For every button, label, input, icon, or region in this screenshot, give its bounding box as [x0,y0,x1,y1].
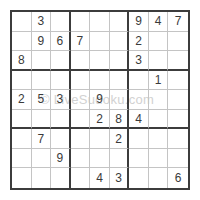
cell-r7c5[interactable] [90,129,110,149]
cell-r8c3[interactable]: 9 [51,149,71,169]
cell-r7c4[interactable] [71,129,91,149]
cell-r6c9[interactable] [168,110,188,130]
cell-r8c9[interactable] [168,149,188,169]
cell-r3c7[interactable]: 3 [129,51,149,71]
cell-r8c4[interactable] [71,149,91,169]
cell-r1c2[interactable]: 3 [32,12,52,32]
cell-r7c9[interactable] [168,129,188,149]
cell-r2c7[interactable]: 2 [129,32,149,52]
cell-r1c1[interactable] [12,12,32,32]
cell-r4c4[interactable] [71,71,91,91]
cell-r7c3[interactable] [51,129,71,149]
cell-r9c2[interactable] [32,168,52,188]
cell-r3c6[interactable] [110,51,130,71]
cell-r9c3[interactable] [51,168,71,188]
cell-r1c6[interactable] [110,12,130,32]
cell-r6c6[interactable]: 8 [110,110,130,130]
cell-r4c7[interactable] [129,71,149,91]
cell-r1c3[interactable] [51,12,71,32]
cell-r1c9[interactable]: 7 [168,12,188,32]
cell-r4c2[interactable] [32,71,52,91]
cell-r3c1[interactable]: 8 [12,51,32,71]
cell-r1c4[interactable] [71,12,91,32]
cell-r4c1[interactable] [12,71,32,91]
cell-r8c8[interactable] [149,149,169,169]
cell-r4c6[interactable] [110,71,130,91]
cell-r7c2[interactable]: 7 [32,129,52,149]
cell-r6c5[interactable]: 2 [90,110,110,130]
cell-r5c1[interactable]: 2 [12,90,32,110]
cell-r5c9[interactable] [168,90,188,110]
cell-r8c5[interactable] [90,149,110,169]
cell-r9c8[interactable] [149,168,169,188]
cell-r2c1[interactable] [12,32,32,52]
cell-r8c2[interactable] [32,149,52,169]
cell-r8c1[interactable] [12,149,32,169]
cell-r4c8[interactable]: 1 [149,71,169,91]
cell-r4c9[interactable] [168,71,188,91]
cell-r5c4[interactable] [71,90,91,110]
cell-r9c4[interactable] [71,168,91,188]
cell-r6c8[interactable] [149,110,169,130]
cell-r5c5[interactable]: 9 [90,90,110,110]
cell-r3c2[interactable] [32,51,52,71]
cell-r8c6[interactable] [110,149,130,169]
cell-r5c3[interactable]: 3 [51,90,71,110]
cell-r7c8[interactable] [149,129,169,149]
cell-r5c8[interactable] [149,90,169,110]
cell-r3c4[interactable] [71,51,91,71]
cell-r7c1[interactable] [12,129,32,149]
cell-r6c3[interactable] [51,110,71,130]
cell-r9c1[interactable] [12,168,32,188]
cell-r3c3[interactable] [51,51,71,71]
cell-r3c9[interactable] [168,51,188,71]
cell-r2c2[interactable]: 9 [32,32,52,52]
cell-r5c6[interactable] [110,90,130,110]
cell-r2c8[interactable] [149,32,169,52]
cell-r5c2[interactable]: 5 [32,90,52,110]
cell-r2c5[interactable] [90,32,110,52]
cell-r3c8[interactable] [149,51,169,71]
cell-r9c9[interactable]: 6 [168,168,188,188]
cell-r6c1[interactable] [12,110,32,130]
cell-r3c5[interactable] [90,51,110,71]
cell-r9c6[interactable]: 3 [110,168,130,188]
cell-r7c6[interactable]: 2 [110,129,130,149]
cell-r6c4[interactable] [71,110,91,130]
cell-r2c3[interactable]: 6 [51,32,71,52]
cell-r9c7[interactable] [129,168,149,188]
cell-r1c7[interactable]: 9 [129,12,149,32]
cell-r9c5[interactable]: 4 [90,168,110,188]
cell-r5c7[interactable] [129,90,149,110]
cell-r4c3[interactable] [51,71,71,91]
cell-r4c5[interactable] [90,71,110,91]
cell-r8c7[interactable] [129,149,149,169]
cell-r6c7[interactable]: 4 [129,110,149,130]
cell-r2c6[interactable] [110,32,130,52]
cell-r2c9[interactable] [168,32,188,52]
cell-r7c7[interactable] [129,129,149,149]
cell-r1c8[interactable]: 4 [149,12,169,32]
cell-r1c5[interactable] [90,12,110,32]
cell-r2c4[interactable]: 7 [71,32,91,52]
cell-r6c2[interactable] [32,110,52,130]
sudoku-board: 394796728312539284729436 [10,10,190,190]
